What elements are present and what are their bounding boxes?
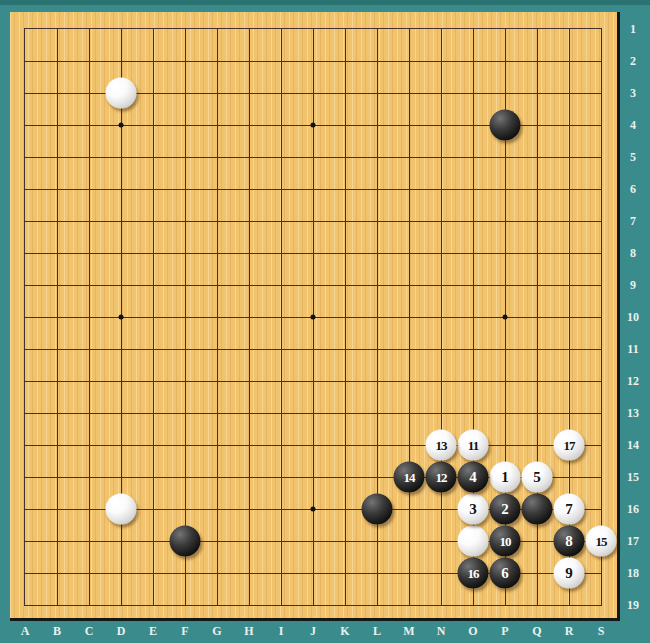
stone-white-D16 (106, 494, 137, 525)
stone-white-O16: 3 (458, 494, 489, 525)
stone-black-F17 (170, 526, 201, 557)
stone-white-R18: 9 (554, 558, 585, 589)
star-point-P10 (503, 315, 508, 320)
star-point-J16 (311, 507, 316, 512)
column-label-M: M (398, 622, 420, 640)
move-number: 4 (469, 470, 477, 485)
stone-white-O14: 11 (458, 430, 489, 461)
column-label-Q: Q (526, 622, 548, 640)
row-label-15: 15 (620, 469, 646, 485)
row-label-18: 18 (620, 565, 646, 581)
star-point-D4 (119, 123, 124, 128)
column-label-D: D (110, 622, 132, 640)
stone-black-P18: 6 (490, 558, 521, 589)
row-label-10: 10 (620, 309, 646, 325)
row-label-6: 6 (620, 181, 646, 197)
stone-white-N14: 13 (426, 430, 457, 461)
move-number: 6 (501, 566, 509, 581)
move-number: 9 (565, 566, 573, 581)
column-label-I: I (270, 622, 292, 640)
column-label-P: P (494, 622, 516, 640)
grid-line-vertical (441, 29, 442, 605)
column-label-N: N (430, 622, 452, 640)
stone-white-R16: 7 (554, 494, 585, 525)
column-label-L: L (366, 622, 388, 640)
stone-white-P15: 1 (490, 462, 521, 493)
row-label-13: 13 (620, 405, 646, 421)
stone-white-Q15: 5 (522, 462, 553, 493)
row-label-7: 7 (620, 213, 646, 229)
grid-line-horizontal (25, 349, 601, 350)
stone-black-P4 (490, 110, 521, 141)
column-label-C: C (78, 622, 100, 640)
go-diagram: 1234567891011121314151617 ABCDEFGHIJKLMN… (0, 0, 650, 643)
column-label-E: E (142, 622, 164, 640)
row-label-19: 19 (620, 597, 646, 613)
stone-black-Q16 (522, 494, 553, 525)
move-number: 13 (436, 439, 447, 452)
row-label-17: 17 (620, 533, 646, 549)
column-label-B: B (46, 622, 68, 640)
star-point-J10 (311, 315, 316, 320)
stone-white-R14: 17 (554, 430, 585, 461)
row-label-1: 1 (620, 21, 646, 37)
move-number: 8 (565, 534, 573, 549)
grid-line-horizontal (25, 413, 601, 414)
column-label-G: G (206, 622, 228, 640)
move-number: 10 (500, 535, 511, 548)
column-label-F: F (174, 622, 196, 640)
move-number: 1 (501, 470, 509, 485)
row-label-12: 12 (620, 373, 646, 389)
stone-black-O18: 16 (458, 558, 489, 589)
column-label-R: R (558, 622, 580, 640)
frame-top-edge (0, 0, 650, 5)
stone-black-P16: 2 (490, 494, 521, 525)
row-label-2: 2 (620, 53, 646, 69)
grid-line-vertical (409, 29, 410, 605)
row-label-11: 11 (620, 341, 646, 357)
column-label-S: S (590, 622, 612, 640)
grid-line-horizontal (25, 381, 601, 382)
grid-line-vertical (345, 29, 346, 605)
grid: 1234567891011121314151617 (24, 28, 602, 606)
stone-white-S17: 15 (586, 526, 617, 557)
stone-black-M15: 14 (394, 462, 425, 493)
row-label-5: 5 (620, 149, 646, 165)
stone-white-D3 (106, 78, 137, 109)
move-number: 7 (565, 502, 573, 517)
move-number: 14 (404, 471, 415, 484)
move-number: 5 (533, 470, 541, 485)
row-label-14: 14 (620, 437, 646, 453)
stone-black-L16 (362, 494, 393, 525)
row-label-16: 16 (620, 501, 646, 517)
move-number: 12 (436, 471, 447, 484)
star-point-J4 (311, 123, 316, 128)
move-number: 3 (469, 502, 477, 517)
row-label-3: 3 (620, 85, 646, 101)
row-label-4: 4 (620, 117, 646, 133)
star-point-D10 (119, 315, 124, 320)
move-number: 16 (468, 567, 479, 580)
move-number: 2 (501, 502, 509, 517)
row-label-8: 8 (620, 245, 646, 261)
stone-black-R17: 8 (554, 526, 585, 557)
column-label-H: H (238, 622, 260, 640)
column-label-O: O (462, 622, 484, 640)
column-label-J: J (302, 622, 324, 640)
stone-black-N15: 12 (426, 462, 457, 493)
stone-white-O17 (458, 526, 489, 557)
move-number: 11 (468, 439, 478, 452)
move-number: 17 (564, 439, 575, 452)
column-label-K: K (334, 622, 356, 640)
stone-black-O15: 4 (458, 462, 489, 493)
stone-black-P17: 10 (490, 526, 521, 557)
row-label-9: 9 (620, 277, 646, 293)
move-number: 15 (596, 535, 607, 548)
column-label-A: A (14, 622, 36, 640)
grid-line-horizontal (25, 445, 601, 446)
